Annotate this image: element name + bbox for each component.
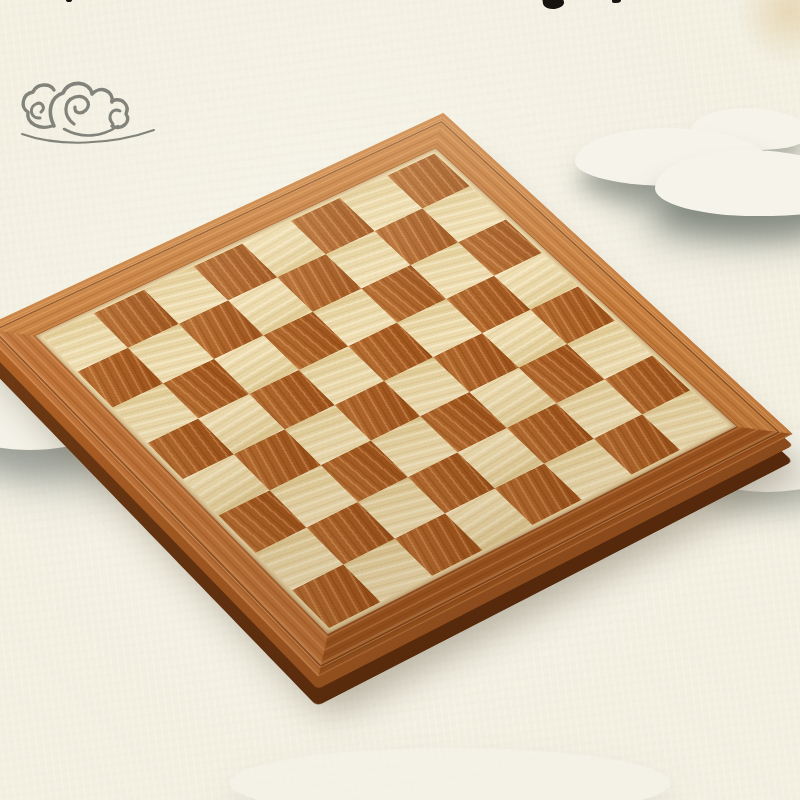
square-r7c0-dark[interactable] [292, 564, 381, 628]
board-top-face [0, 113, 793, 677]
square-r5c2-dark[interactable] [321, 441, 408, 502]
square-r7c3-light[interactable] [445, 488, 533, 550]
ink-speck [66, 0, 72, 2]
square-r3c1-light[interactable] [198, 394, 284, 454]
square-r5c0-dark[interactable] [219, 490, 307, 552]
square-r3c0-dark[interactable] [147, 418, 233, 479]
ink-cloud-icon [230, 748, 670, 800]
square-r5c3-light[interactable] [371, 416, 458, 477]
board-3d [0, 113, 793, 677]
board-squares [43, 154, 728, 628]
square-r6c1-dark[interactable] [306, 502, 394, 564]
square-r4c2-light[interactable] [284, 405, 370, 465]
ink-speck [612, 0, 621, 3]
ink-speck [542, 0, 564, 10]
scene [0, 0, 800, 800]
square-r7c7-light[interactable] [642, 390, 728, 450]
square-r4c0-light[interactable] [183, 454, 270, 515]
square-r7c5-light[interactable] [544, 439, 631, 500]
square-r7c6-dark[interactable] [593, 414, 680, 474]
square-r7c2-dark[interactable] [394, 513, 482, 576]
square-r6c3-dark[interactable] [407, 452, 494, 513]
square-r4c3-dark[interactable] [334, 381, 420, 441]
square-r6c0-light[interactable] [255, 527, 343, 590]
square-r6c4-light[interactable] [457, 428, 544, 489]
square-r5c4-dark[interactable] [420, 392, 506, 452]
paper-stain [736, 0, 800, 66]
square-r5c1-light[interactable] [270, 466, 357, 528]
square-r6c5-dark[interactable] [507, 403, 593, 463]
square-r6c2-light[interactable] [357, 477, 444, 539]
square-r2c0-light[interactable] [112, 383, 198, 443]
square-r3c2-dark[interactable] [249, 370, 335, 430]
square-r4c1-dark[interactable] [234, 430, 321, 491]
square-r7c4-dark[interactable] [495, 463, 582, 524]
square-r7c1-light[interactable] [343, 539, 431, 602]
chessboard[interactable] [81, 78, 688, 685]
